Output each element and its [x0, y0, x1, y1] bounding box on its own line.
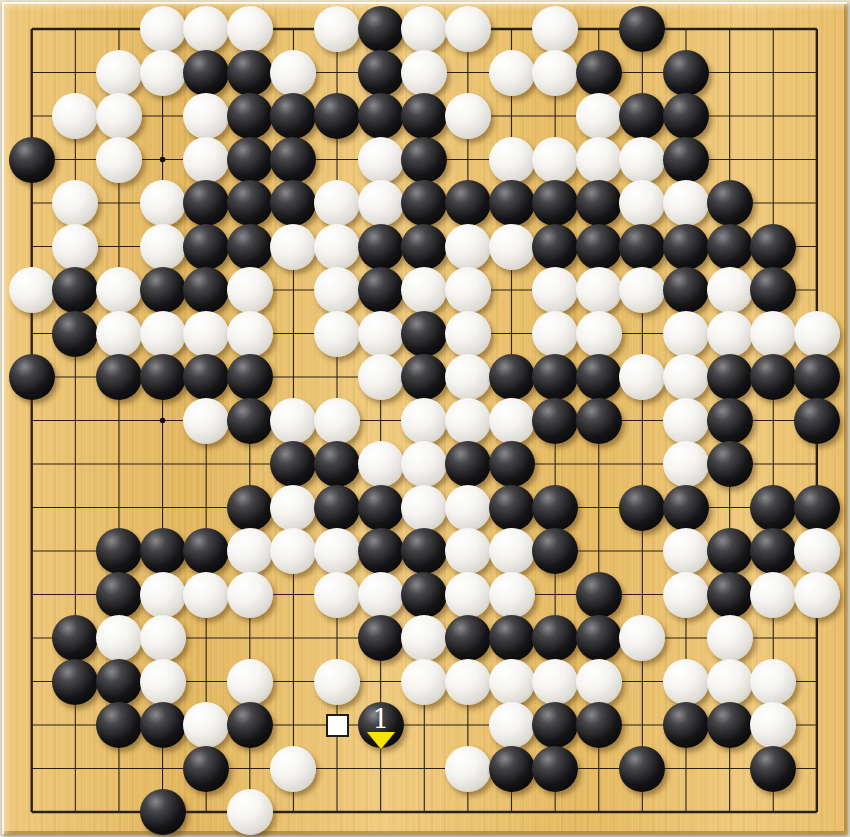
square-marker	[326, 714, 349, 737]
black-stone	[576, 354, 622, 400]
white-stone	[489, 398, 535, 444]
black-stone	[183, 746, 229, 792]
black-stone	[401, 137, 447, 183]
black-stone	[707, 572, 753, 618]
white-stone	[576, 311, 622, 357]
black-stone	[227, 137, 273, 183]
white-stone	[707, 659, 753, 705]
white-stone	[227, 572, 273, 618]
black-stone	[96, 659, 142, 705]
white-stone	[314, 659, 360, 705]
black-stone	[750, 528, 796, 574]
black-stone	[227, 485, 273, 531]
black-stone	[750, 746, 796, 792]
black-stone	[532, 746, 578, 792]
white-stone	[532, 267, 578, 313]
black-stone	[489, 615, 535, 661]
white-stone	[750, 659, 796, 705]
white-stone	[619, 137, 665, 183]
white-stone	[358, 572, 404, 618]
black-stone	[794, 485, 840, 531]
white-stone	[663, 398, 709, 444]
white-stone	[445, 267, 491, 313]
white-stone	[445, 311, 491, 357]
white-stone	[401, 50, 447, 96]
white-stone	[401, 441, 447, 487]
black-stone	[663, 702, 709, 748]
white-stone	[794, 572, 840, 618]
black-stone	[707, 398, 753, 444]
white-stone	[445, 528, 491, 574]
black-stone	[401, 572, 447, 618]
white-stone	[314, 6, 360, 52]
white-stone	[358, 180, 404, 226]
white-stone	[532, 137, 578, 183]
white-stone	[96, 311, 142, 357]
white-stone	[52, 93, 98, 139]
white-stone	[270, 746, 316, 792]
white-stone	[9, 267, 55, 313]
white-stone	[140, 6, 186, 52]
white-stone	[227, 789, 273, 835]
white-stone	[489, 224, 535, 270]
white-stone	[140, 311, 186, 357]
black-stone	[619, 485, 665, 531]
white-stone	[314, 528, 360, 574]
black-stone	[358, 615, 404, 661]
white-stone	[52, 224, 98, 270]
white-stone	[401, 6, 447, 52]
black-stone	[532, 398, 578, 444]
black-stone	[140, 528, 186, 574]
black-stone	[140, 354, 186, 400]
black-stone	[707, 354, 753, 400]
white-stone	[358, 354, 404, 400]
white-stone	[183, 398, 229, 444]
black-stone	[445, 180, 491, 226]
black-stone	[707, 224, 753, 270]
white-stone	[489, 50, 535, 96]
black-stone	[401, 528, 447, 574]
black-stone	[532, 180, 578, 226]
go-game-screenshot: 1	[0, 0, 850, 837]
black-stone	[96, 572, 142, 618]
white-stone	[183, 93, 229, 139]
white-stone	[140, 224, 186, 270]
white-stone	[96, 615, 142, 661]
white-stone	[663, 311, 709, 357]
white-stone	[532, 311, 578, 357]
white-stone	[96, 137, 142, 183]
black-stone	[794, 354, 840, 400]
black-stone	[140, 702, 186, 748]
black-stone	[707, 528, 753, 574]
white-stone	[140, 180, 186, 226]
black-stone	[532, 615, 578, 661]
white-stone	[750, 311, 796, 357]
black-stone	[445, 441, 491, 487]
black-stone	[227, 93, 273, 139]
white-stone	[401, 659, 447, 705]
black-stone	[489, 485, 535, 531]
black-stone	[532, 485, 578, 531]
white-stone	[663, 572, 709, 618]
black-stone	[9, 137, 55, 183]
white-stone	[663, 528, 709, 574]
black-stone	[270, 137, 316, 183]
white-stone	[401, 267, 447, 313]
white-stone	[489, 572, 535, 618]
black-stone	[750, 224, 796, 270]
white-stone	[227, 6, 273, 52]
black-stone	[750, 267, 796, 313]
black-stone	[489, 354, 535, 400]
white-stone	[445, 572, 491, 618]
black-stone	[707, 702, 753, 748]
white-stone	[183, 6, 229, 52]
white-stone	[401, 398, 447, 444]
white-stone	[445, 6, 491, 52]
black-stone	[314, 485, 360, 531]
white-stone	[707, 267, 753, 313]
black-stone	[707, 441, 753, 487]
black-stone	[489, 180, 535, 226]
black-stone	[9, 354, 55, 400]
black-stone	[750, 485, 796, 531]
black-stone	[401, 354, 447, 400]
white-stone	[140, 615, 186, 661]
black-stone	[52, 311, 98, 357]
white-stone	[314, 572, 360, 618]
black-stone	[663, 93, 709, 139]
black-stone	[140, 789, 186, 835]
white-stone	[358, 311, 404, 357]
white-stone	[183, 311, 229, 357]
black-stone	[576, 572, 622, 618]
white-stone	[532, 50, 578, 96]
black-stone	[532, 702, 578, 748]
black-stone	[227, 224, 273, 270]
black-stone	[576, 615, 622, 661]
white-stone	[227, 311, 273, 357]
white-stone	[96, 50, 142, 96]
black-stone	[750, 354, 796, 400]
black-stone	[663, 224, 709, 270]
white-stone	[576, 93, 622, 139]
black-stone	[227, 398, 273, 444]
black-stone	[401, 224, 447, 270]
white-stone	[532, 6, 578, 52]
black-stone	[489, 746, 535, 792]
black-stone	[183, 224, 229, 270]
white-stone	[227, 267, 273, 313]
white-stone	[750, 702, 796, 748]
black-stone	[183, 528, 229, 574]
white-stone	[140, 50, 186, 96]
black-stone	[532, 528, 578, 574]
black-stone	[52, 659, 98, 705]
black-stone	[401, 180, 447, 226]
white-stone	[445, 224, 491, 270]
white-stone	[489, 528, 535, 574]
black-stone	[183, 180, 229, 226]
black-stone	[576, 224, 622, 270]
black-stone	[183, 50, 229, 96]
black-stone	[96, 354, 142, 400]
black-stone	[358, 528, 404, 574]
white-stone	[183, 572, 229, 618]
black-stone	[227, 354, 273, 400]
white-stone	[445, 354, 491, 400]
star-point	[160, 157, 166, 163]
black-stone	[227, 50, 273, 96]
go-board[interactable]: 1	[2, 2, 847, 834]
black-stone	[794, 398, 840, 444]
black-stone	[96, 528, 142, 574]
white-stone	[314, 224, 360, 270]
white-stone	[663, 441, 709, 487]
black-stone	[183, 354, 229, 400]
black-stone	[52, 615, 98, 661]
white-stone	[576, 659, 622, 705]
white-stone	[794, 311, 840, 357]
black-stone	[401, 93, 447, 139]
white-stone	[445, 659, 491, 705]
black-stone	[663, 267, 709, 313]
black-stone	[576, 702, 622, 748]
yellow-triangle-arrow-icon	[367, 732, 395, 749]
white-stone	[96, 267, 142, 313]
white-stone	[707, 311, 753, 357]
white-stone	[227, 528, 273, 574]
white-stone	[270, 50, 316, 96]
white-stone	[794, 528, 840, 574]
black-stone	[663, 50, 709, 96]
black-stone	[576, 398, 622, 444]
white-stone	[314, 311, 360, 357]
black-stone	[96, 702, 142, 748]
black-stone	[401, 311, 447, 357]
black-stone	[358, 93, 404, 139]
white-stone	[270, 485, 316, 531]
black-stone	[707, 180, 753, 226]
black-stone	[532, 224, 578, 270]
white-stone	[227, 659, 273, 705]
white-stone	[532, 659, 578, 705]
white-stone	[270, 224, 316, 270]
black-stone	[358, 485, 404, 531]
white-stone	[663, 180, 709, 226]
white-stone	[489, 137, 535, 183]
white-stone	[707, 615, 753, 661]
black-stone	[619, 224, 665, 270]
white-stone	[96, 93, 142, 139]
white-stone	[358, 441, 404, 487]
white-stone	[314, 267, 360, 313]
white-stone	[183, 702, 229, 748]
white-stone	[576, 267, 622, 313]
white-stone	[445, 93, 491, 139]
white-stone	[270, 398, 316, 444]
white-stone	[314, 398, 360, 444]
black-stone	[532, 354, 578, 400]
black-stone	[140, 267, 186, 313]
black-stone	[619, 746, 665, 792]
white-stone	[314, 180, 360, 226]
black-stone	[663, 485, 709, 531]
white-stone	[445, 746, 491, 792]
black-stone	[358, 224, 404, 270]
black-stone	[358, 267, 404, 313]
white-stone	[183, 137, 229, 183]
black-stone	[489, 441, 535, 487]
white-stone	[663, 354, 709, 400]
black-stone	[52, 267, 98, 313]
black-stone	[358, 6, 404, 52]
white-stone	[401, 615, 447, 661]
black-stone	[227, 180, 273, 226]
white-stone	[52, 180, 98, 226]
black-stone	[227, 702, 273, 748]
white-stone	[140, 572, 186, 618]
star-point	[160, 418, 166, 424]
white-stone	[445, 485, 491, 531]
white-stone	[358, 137, 404, 183]
white-stone	[663, 659, 709, 705]
white-stone	[489, 659, 535, 705]
white-stone	[401, 485, 447, 531]
white-stone	[750, 572, 796, 618]
white-stone	[576, 137, 622, 183]
black-stone	[576, 180, 622, 226]
black-stone	[183, 267, 229, 313]
black-stone	[576, 50, 622, 96]
white-stone	[489, 702, 535, 748]
black-stone	[663, 137, 709, 183]
black-stone	[358, 50, 404, 96]
white-stone	[140, 659, 186, 705]
white-stone	[445, 398, 491, 444]
black-stone	[314, 441, 360, 487]
black-stone	[314, 93, 360, 139]
black-stone	[445, 615, 491, 661]
